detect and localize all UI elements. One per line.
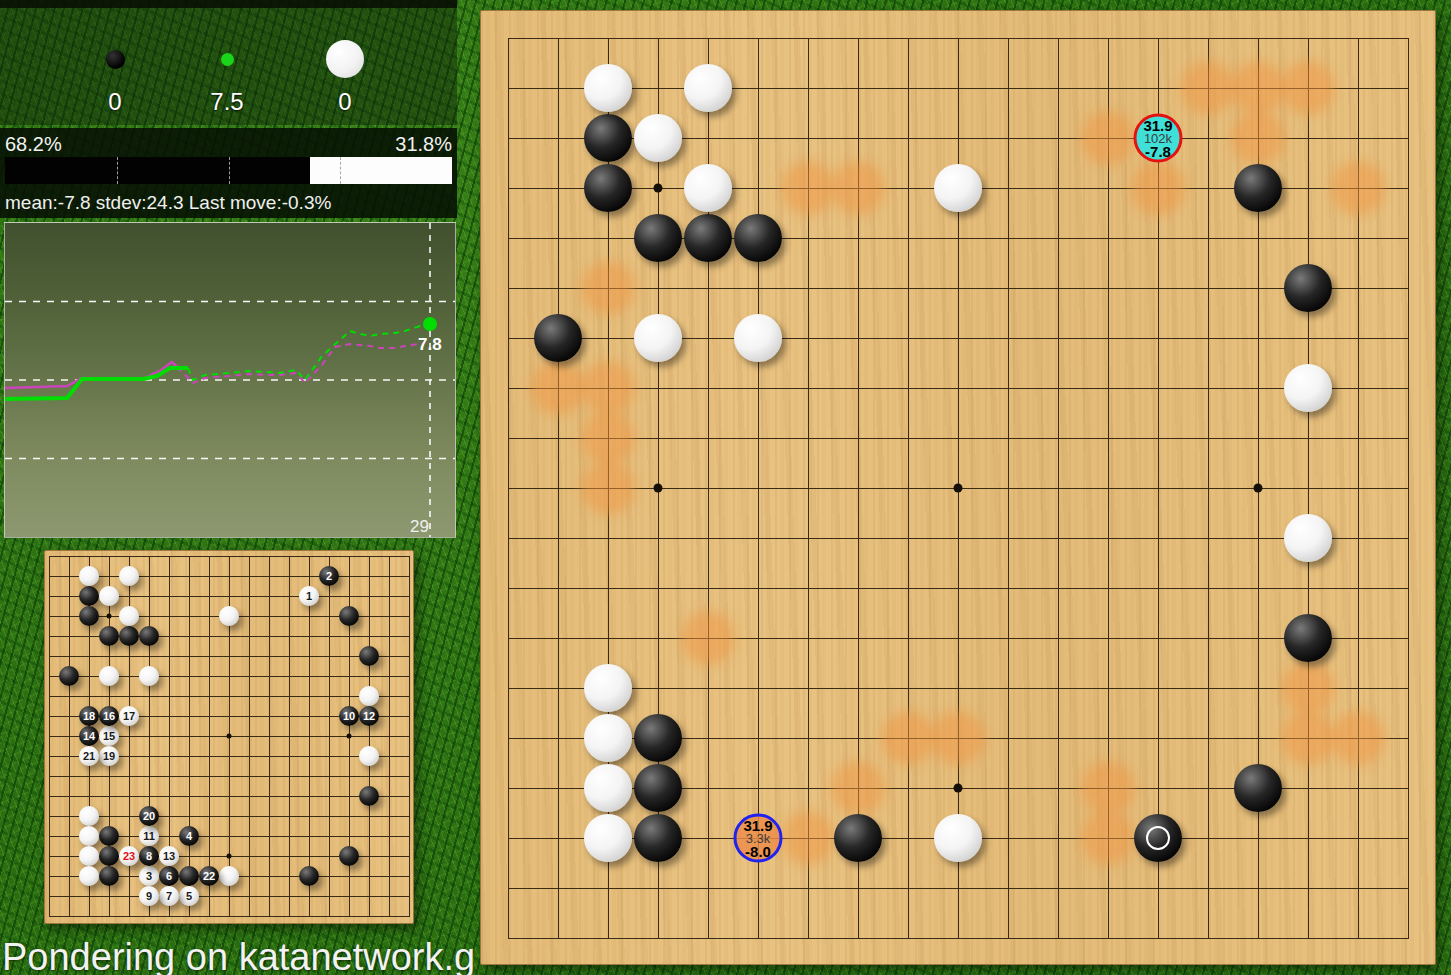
ownership-blob <box>581 261 635 315</box>
black-stone <box>634 214 682 262</box>
variation-stone: 1 <box>299 586 319 606</box>
ownership-blob <box>1331 711 1385 765</box>
move-number: 9 <box>139 886 159 906</box>
ownership-blob <box>781 161 835 215</box>
ownership-blob <box>931 711 985 765</box>
main-board[interactable]: 31.9102k-7.831.93.3k-8.0 <box>480 10 1436 965</box>
black-stone <box>634 764 682 812</box>
variation-stone: 20 <box>139 806 159 826</box>
black-stone <box>534 314 582 362</box>
ownership-blob <box>1081 761 1135 815</box>
black-stone <box>359 786 379 806</box>
black-stone <box>359 646 379 666</box>
black-stone <box>79 606 99 626</box>
move-number: 19 <box>99 746 119 766</box>
white-stone <box>359 746 379 766</box>
white-stone <box>79 846 99 866</box>
black-stone <box>59 666 79 686</box>
candidate-score: -7.8 <box>1145 145 1171 158</box>
status-bar: Pondering on katanetwork.g <box>2 936 478 975</box>
move-number: 13 <box>159 846 179 866</box>
move-number: 5 <box>179 886 199 906</box>
ownership-blob <box>781 811 835 865</box>
black-stone <box>119 626 139 646</box>
black-stone <box>339 846 359 866</box>
white-stone <box>684 164 732 212</box>
white-stone <box>219 866 239 886</box>
move-number: 22 <box>199 866 219 886</box>
black-stone <box>99 826 119 846</box>
star-point <box>954 484 963 493</box>
black-stone <box>834 814 882 862</box>
white-stone <box>634 114 682 162</box>
variation-stone: 6 <box>159 866 179 886</box>
black-stone <box>99 866 119 886</box>
white-captures: 0 <box>305 30 385 116</box>
variation-stone: 12 <box>359 706 379 726</box>
variation-stone: 10 <box>339 706 359 726</box>
white-stone <box>934 164 982 212</box>
black-captures: 0 <box>75 30 155 116</box>
capture-komi-panel: 0 7.5 0 <box>0 0 457 125</box>
ownership-blob <box>581 461 635 515</box>
variation-stone: 8 <box>139 846 159 866</box>
move-number: 18 <box>79 706 99 726</box>
black-stone <box>299 866 319 886</box>
ownership-blob <box>1281 711 1335 765</box>
variation-stone: 11 <box>139 826 159 846</box>
move-number: 17 <box>119 706 139 726</box>
winrate-bar-black-segment <box>5 157 310 184</box>
move-number: 8 <box>139 846 159 866</box>
move-number: 7 <box>159 886 179 906</box>
white-stone <box>584 64 632 112</box>
black-stone <box>99 626 119 646</box>
ownership-blob <box>1231 61 1285 115</box>
white-stone <box>584 664 632 712</box>
ownership-blob <box>831 761 885 815</box>
candidate-move-suggestion[interactable]: 31.93.3k-8.0 <box>734 814 783 863</box>
black-stone <box>1284 264 1332 312</box>
candidate-score: -8.0 <box>745 845 771 858</box>
black-stone <box>734 214 782 262</box>
variation-stone: 13 <box>159 846 179 866</box>
variation-stone: 9 <box>139 886 159 906</box>
go-analysis-window: 0 7.5 0 68.2% 31.8% mean:-7.8 stdev:24.3… <box>0 0 1451 975</box>
winrate-bar <box>5 157 452 184</box>
white-stone <box>79 866 99 886</box>
last-move-marker <box>1146 826 1170 850</box>
star-point <box>227 854 232 859</box>
white-stone <box>584 764 632 812</box>
white-stone <box>79 806 99 826</box>
winrate-tick-25 <box>117 157 118 184</box>
variation-stone: 16 <box>99 706 119 726</box>
black-winrate-label: 68.2% <box>5 133 62 157</box>
move-number: 14 <box>79 726 99 746</box>
ownership-blob <box>1131 161 1185 215</box>
star-point <box>654 184 663 193</box>
black-stone <box>634 814 682 862</box>
variation-stone: 3 <box>139 866 159 886</box>
ownership-blob <box>681 611 735 665</box>
move-number: 20 <box>139 806 159 826</box>
black-stone <box>1234 164 1282 212</box>
black-stone <box>1234 764 1282 812</box>
ownership-blob <box>1331 161 1385 215</box>
move-number: 16 <box>99 706 119 726</box>
white-stone <box>1284 514 1332 562</box>
white-stone <box>1284 364 1332 412</box>
star-point <box>1254 484 1263 493</box>
komi-dot-icon <box>221 53 234 66</box>
variation-stone: 18 <box>79 706 99 726</box>
best-move-suggestion[interactable]: 31.9102k-7.8 <box>1134 114 1183 163</box>
variation-stone: 17 <box>119 706 139 726</box>
white-stone <box>734 314 782 362</box>
black-stone <box>79 586 99 606</box>
graph-score-label: 7.8 <box>418 335 442 354</box>
black-stone <box>99 846 119 866</box>
black-stone <box>684 214 732 262</box>
move-number: 23 <box>119 846 139 866</box>
score-stats-line: mean:-7.8 stdev:24.3 Last move:-0.3% <box>5 192 452 214</box>
variation-stone: 15 <box>99 726 119 746</box>
black-stone <box>1284 614 1332 662</box>
ownership-blob <box>1081 111 1135 165</box>
move-number: 21 <box>79 746 99 766</box>
ownership-blob <box>581 361 635 415</box>
ownership-blob <box>1081 811 1135 865</box>
black-stone <box>584 164 632 212</box>
white-stone <box>584 714 632 762</box>
black-capture-count: 0 <box>108 88 121 116</box>
variation-stone: 23 <box>119 846 139 866</box>
black-stone <box>584 114 632 162</box>
white-stone <box>79 566 99 586</box>
variation-stone: 21 <box>79 746 99 766</box>
black-stone <box>339 606 359 626</box>
white-stone <box>79 826 99 846</box>
black-stone-icon <box>106 50 125 69</box>
ownership-blob <box>531 361 585 415</box>
white-winrate-label: 31.8% <box>395 133 452 157</box>
variation-stone: 19 <box>99 746 119 766</box>
white-stone <box>139 666 159 686</box>
star-point <box>107 614 112 619</box>
white-stone <box>684 64 732 112</box>
black-stone <box>139 626 159 646</box>
star-point <box>227 734 232 739</box>
winrate-tick-75 <box>340 157 341 184</box>
variation-stone: 2 <box>319 566 339 586</box>
variation-stone: 5 <box>179 886 199 906</box>
white-stone <box>99 666 119 686</box>
move-number: 4 <box>179 826 199 846</box>
komi-value: 7.5 <box>210 88 243 116</box>
white-stone <box>99 586 119 606</box>
move-number: 2 <box>319 566 339 586</box>
move-number: 15 <box>99 726 119 746</box>
winrate-panel: 68.2% 31.8% mean:-7.8 stdev:24.3 Last mo… <box>0 128 457 218</box>
black-stone <box>1134 814 1182 862</box>
white-stone <box>634 314 682 362</box>
white-stone <box>119 566 139 586</box>
winrate-tick-50 <box>229 157 230 184</box>
move-number: 10 <box>339 706 359 726</box>
ownership-blob <box>1281 61 1335 115</box>
graph-move-number: 29 <box>410 517 429 536</box>
variation-stone: 14 <box>79 726 99 746</box>
white-stone-icon <box>326 40 364 78</box>
ownership-blob <box>881 711 935 765</box>
variation-stone: 7 <box>159 886 179 906</box>
variation-stone: 22 <box>199 866 219 886</box>
white-stone <box>584 814 632 862</box>
move-number: 12 <box>359 706 379 726</box>
white-stone <box>359 686 379 706</box>
white-capture-count: 0 <box>338 88 351 116</box>
ownership-blob <box>1281 661 1335 715</box>
star-point <box>654 484 663 493</box>
move-number: 6 <box>159 866 179 886</box>
variation-board[interactable]: 1234567891011121314151617181920212223 <box>44 550 414 924</box>
komi: 7.5 <box>187 30 267 116</box>
star-point <box>347 734 352 739</box>
move-number: 11 <box>139 826 159 846</box>
ownership-blob <box>1231 111 1285 165</box>
ownership-blob <box>831 161 885 215</box>
white-stone <box>934 814 982 862</box>
move-number: 1 <box>299 586 319 606</box>
white-stone <box>119 606 139 626</box>
ownership-blob <box>581 411 635 465</box>
ownership-blob <box>1181 61 1235 115</box>
winrate-graph[interactable]: 7.829 <box>4 222 456 538</box>
black-stone <box>179 866 199 886</box>
move-number: 3 <box>139 866 159 886</box>
white-stone <box>219 606 239 626</box>
star-point <box>954 784 963 793</box>
black-stone <box>634 714 682 762</box>
variation-stone: 4 <box>179 826 199 846</box>
